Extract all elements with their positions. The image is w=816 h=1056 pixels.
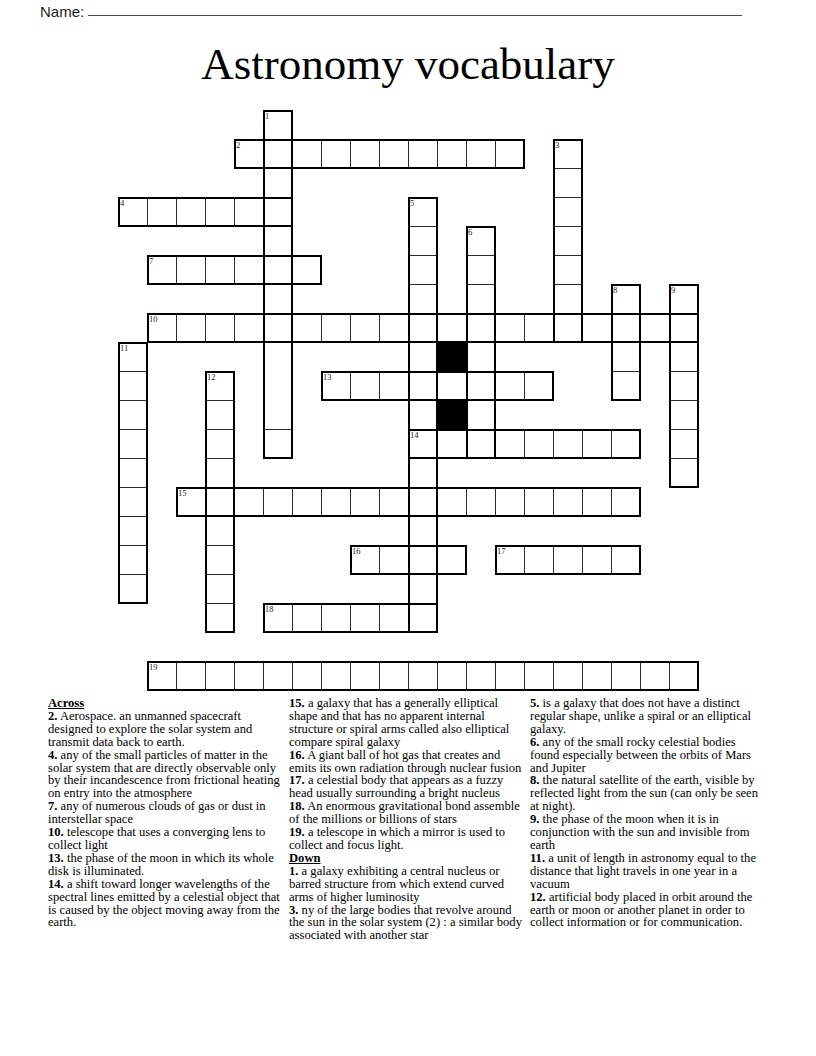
clue-number: 15.	[289, 696, 305, 710]
clue-number: 7.	[48, 799, 57, 813]
grid-cell[interactable]	[466, 661, 496, 691]
grid-cell[interactable]	[408, 400, 438, 430]
cell-number: 5	[410, 199, 414, 208]
clue-across-10: 10. telescope that uses a converging len…	[48, 826, 286, 852]
grid-cell[interactable]	[205, 603, 235, 633]
cell-number: 14	[410, 431, 419, 440]
clue-number: 8.	[530, 773, 539, 787]
grid-cell[interactable]	[524, 487, 554, 517]
grid-cell[interactable]	[205, 661, 235, 691]
grid-cell[interactable]	[263, 661, 293, 691]
name-blank-line[interactable]	[88, 1, 742, 16]
grid-cell[interactable]	[524, 313, 554, 343]
cell-number: 19	[149, 663, 158, 672]
clues-column-1: Across2. Aerospace. an unmanned spacecra…	[48, 697, 286, 929]
grid-cell[interactable]	[553, 545, 583, 575]
grid-cell[interactable]	[176, 661, 206, 691]
clue-number: 16.	[289, 748, 305, 762]
grid-cell[interactable]	[466, 487, 496, 517]
grid-cell[interactable]	[379, 371, 409, 401]
grid-cell[interactable]	[118, 400, 148, 430]
clue-across-13: 13. the phase of the moon in which its w…	[48, 852, 286, 878]
grid-cell[interactable]	[640, 313, 670, 343]
cell-number: 6	[468, 228, 472, 237]
grid-cell[interactable]	[379, 661, 409, 691]
clue-across-2: 2. Aerospace. an unmanned spacecraft des…	[48, 710, 286, 749]
grid-cell[interactable]	[147, 197, 177, 227]
grid-cell[interactable]	[408, 313, 438, 343]
grid-cell[interactable]	[379, 487, 409, 517]
grid-cell[interactable]	[466, 400, 496, 430]
grid-cell[interactable]	[263, 487, 293, 517]
clue-number: 10.	[48, 825, 64, 839]
grid-cell[interactable]	[321, 661, 351, 691]
grid-cell[interactable]	[350, 487, 380, 517]
clue-number: 12.	[530, 890, 546, 904]
grid-cell[interactable]	[437, 429, 467, 459]
cell-number: 10	[149, 315, 158, 324]
grid-cell[interactable]	[640, 661, 670, 691]
grid-cell[interactable]	[466, 342, 496, 372]
grid-cell[interactable]	[205, 197, 235, 227]
black-cell	[437, 400, 467, 430]
clue-down-8: 8. the natural satellite of the earth, v…	[530, 774, 760, 813]
crossword-grid: 12345678910111213141516171819	[118, 110, 700, 692]
clue-number: 5.	[530, 696, 539, 710]
clue-across-4: 4. any of the small particles of matter …	[48, 749, 286, 801]
grid-cell[interactable]	[408, 371, 438, 401]
grid-cell[interactable]	[669, 661, 699, 691]
cell-number: 15	[178, 489, 187, 498]
clue-across-19: 19. a telescope in which a mirror is use…	[289, 826, 527, 852]
cell-number: 13	[323, 373, 332, 382]
grid-cell[interactable]	[263, 197, 293, 227]
grid-cell[interactable]	[118, 545, 148, 575]
grid-cell[interactable]	[466, 313, 496, 343]
grid-cell[interactable]	[611, 545, 641, 575]
grid-cell[interactable]	[408, 255, 438, 285]
grid-cell[interactable]	[408, 574, 438, 604]
clue-number: 17.	[289, 773, 305, 787]
grid-cell[interactable]	[292, 487, 322, 517]
grid-cell[interactable]	[611, 313, 641, 343]
grid-cell[interactable]	[234, 255, 264, 285]
cell-number: 7	[149, 257, 153, 266]
grid-cell[interactable]	[234, 661, 264, 691]
grid-cell[interactable]	[321, 603, 351, 633]
clue-number: 1.	[289, 864, 298, 878]
grid-cell[interactable]	[495, 139, 525, 169]
grid-cell[interactable]	[611, 342, 641, 372]
clue-number: 3.	[289, 903, 298, 917]
grid-cell[interactable]	[582, 545, 612, 575]
grid-cell[interactable]	[263, 284, 293, 314]
grid-cell[interactable]	[437, 487, 467, 517]
grid-cell[interactable]	[205, 574, 235, 604]
grid-cell[interactable]	[350, 313, 380, 343]
grid-cell[interactable]	[437, 545, 467, 575]
grid-cell[interactable]	[669, 371, 699, 401]
grid-cell[interactable]	[582, 661, 612, 691]
grid-cell[interactable]	[553, 197, 583, 227]
clue-across-16: 16. A giant ball of hot gas that creates…	[289, 749, 527, 775]
grid-cell[interactable]	[292, 603, 322, 633]
grid-cell[interactable]	[495, 487, 525, 517]
grid-cell[interactable]	[205, 429, 235, 459]
puzzle-title: Astronomy vocabulary	[0, 38, 816, 90]
grid-cell[interactable]	[321, 139, 351, 169]
grid-cell[interactable]	[553, 168, 583, 198]
worksheet-page: Name: Astronomy vocabulary 1234567891011…	[0, 0, 816, 1056]
clues-column-2: 15. a galaxy that has a generally ellipt…	[289, 697, 527, 942]
grid-cell[interactable]	[553, 284, 583, 314]
grid-cell[interactable]	[669, 458, 699, 488]
grid-cell[interactable]	[408, 458, 438, 488]
grid-cell[interactable]	[205, 516, 235, 546]
clue-down-11: 11. a unit of length in astronomy equal …	[530, 852, 760, 891]
grid-cell[interactable]	[408, 487, 438, 517]
grid-cell[interactable]	[582, 313, 612, 343]
grid-cell[interactable]	[408, 284, 438, 314]
cell-number: 17	[497, 547, 506, 556]
cell-number: 1	[265, 112, 269, 121]
grid-cell[interactable]	[350, 661, 380, 691]
cell-number: 18	[265, 605, 274, 614]
grid-cell[interactable]	[205, 313, 235, 343]
grid-cell[interactable]	[118, 574, 148, 604]
grid-cell[interactable]	[263, 168, 293, 198]
grid-cell[interactable]	[669, 342, 699, 372]
grid-cell[interactable]	[379, 313, 409, 343]
grid-cell[interactable]	[466, 255, 496, 285]
grid-cell[interactable]	[553, 487, 583, 517]
grid-cell[interactable]	[669, 429, 699, 459]
grid-cell[interactable]	[669, 313, 699, 343]
grid-cell[interactable]	[379, 603, 409, 633]
grid-cell[interactable]	[495, 661, 525, 691]
cell-number: 4	[120, 199, 124, 208]
grid-cell[interactable]	[553, 313, 583, 343]
grid-cell[interactable]	[292, 313, 322, 343]
grid-cell[interactable]	[321, 313, 351, 343]
grid-cell[interactable]	[408, 603, 438, 633]
clue-number: 18.	[289, 799, 305, 813]
grid-cell[interactable]	[408, 661, 438, 691]
clue-number: 4.	[48, 748, 57, 762]
black-cell	[437, 342, 467, 372]
grid-cell[interactable]	[292, 255, 322, 285]
cell-number: 8	[613, 286, 617, 295]
grid-cell[interactable]	[524, 661, 554, 691]
clue-down-5: 5. is a galaxy that does not have a dist…	[530, 697, 760, 736]
grid-cell[interactable]	[350, 603, 380, 633]
grid-cell[interactable]	[321, 487, 351, 517]
grid-cell[interactable]	[553, 429, 583, 459]
grid-cell[interactable]	[437, 371, 467, 401]
grid-cell[interactable]	[669, 400, 699, 430]
name-label: Name:	[40, 3, 84, 20]
grid-cell[interactable]	[611, 487, 641, 517]
grid-cell[interactable]	[466, 139, 496, 169]
grid-cell[interactable]	[553, 661, 583, 691]
clue-number: 2.	[48, 709, 57, 723]
grid-cell[interactable]	[408, 516, 438, 546]
clue-across-7: 7. any of numerous clouds of gas or dust…	[48, 800, 286, 826]
grid-cell[interactable]	[437, 313, 467, 343]
grid-cell[interactable]	[118, 429, 148, 459]
grid-cell[interactable]	[263, 139, 293, 169]
grid-cell[interactable]	[205, 400, 235, 430]
clue-number: 11.	[530, 851, 545, 865]
clue-down-6: 6. any of the small rocky celestial bodi…	[530, 736, 760, 775]
clue-across-14: 14. a shift toward longer wavelengths of…	[48, 878, 286, 930]
grid-cell[interactable]	[118, 516, 148, 546]
clue-list-header-down: Down	[289, 852, 527, 865]
grid-cell[interactable]	[176, 313, 206, 343]
clue-down-3: 3. ny of the large bodies that revolve a…	[289, 904, 527, 943]
grid-cell[interactable]	[350, 139, 380, 169]
grid-cell[interactable]	[118, 458, 148, 488]
cell-number: 16	[352, 547, 361, 556]
grid-cell[interactable]	[553, 255, 583, 285]
clue-number: 6.	[530, 735, 539, 749]
cell-number: 3	[555, 141, 559, 150]
grid-cell[interactable]	[611, 429, 641, 459]
grid-cell[interactable]	[495, 313, 525, 343]
grid-cell[interactable]	[118, 487, 148, 517]
grid-cell[interactable]	[437, 139, 467, 169]
cell-number: 2	[236, 141, 240, 150]
grid-cell[interactable]	[292, 661, 322, 691]
clue-down-1: 1. a galaxy exhibiting a central nucleus…	[289, 865, 527, 904]
clue-number: 19.	[289, 825, 305, 839]
clue-number: 14.	[48, 877, 64, 891]
grid-cell[interactable]	[350, 371, 380, 401]
grid-cell[interactable]	[524, 429, 554, 459]
clues-column-3: 5. is a galaxy that does not have a dist…	[530, 697, 760, 929]
grid-cell[interactable]	[379, 545, 409, 575]
grid-cell[interactable]	[118, 371, 148, 401]
grid-cell[interactable]	[176, 197, 206, 227]
clue-list-header-across: Across	[48, 697, 286, 710]
grid-cell[interactable]	[263, 255, 293, 285]
grid-cell[interactable]	[176, 255, 206, 285]
grid-cell[interactable]	[495, 429, 525, 459]
clue-down-12: 12. artificial body placed in orbit arou…	[530, 891, 760, 930]
grid-cell[interactable]	[408, 226, 438, 256]
grid-cell[interactable]	[234, 487, 264, 517]
grid-cell[interactable]	[466, 429, 496, 459]
grid-cell[interactable]	[408, 342, 438, 372]
clue-across-17: 17. a celestial body that appears as a f…	[289, 774, 527, 800]
grid-cell[interactable]	[234, 313, 264, 343]
grid-cell[interactable]	[524, 545, 554, 575]
clue-down-9: 9. the phase of the moon when it is in c…	[530, 813, 760, 852]
grid-cell[interactable]	[524, 371, 554, 401]
grid-cell[interactable]	[495, 371, 525, 401]
grid-cell[interactable]	[234, 197, 264, 227]
grid-cell[interactable]	[582, 429, 612, 459]
grid-cell[interactable]	[466, 284, 496, 314]
grid-cell[interactable]	[408, 545, 438, 575]
grid-cell[interactable]	[205, 487, 235, 517]
grid-cell[interactable]	[611, 371, 641, 401]
grid-cell[interactable]	[437, 661, 467, 691]
grid-cell[interactable]	[263, 313, 293, 343]
grid-cell[interactable]	[582, 487, 612, 517]
clue-number: 13.	[48, 851, 64, 865]
clue-across-18: 18. An enormous gravitational bond assem…	[289, 800, 527, 826]
clue-number: 9.	[530, 812, 539, 826]
grid-cell[interactable]	[379, 139, 409, 169]
grid-cell[interactable]	[263, 429, 293, 459]
grid-cell[interactable]	[263, 226, 293, 256]
grid-cell[interactable]	[292, 139, 322, 169]
cell-number: 9	[671, 286, 675, 295]
grid-cell[interactable]	[466, 371, 496, 401]
grid-cell[interactable]	[611, 661, 641, 691]
cell-number: 12	[207, 373, 216, 382]
grid-cell[interactable]	[205, 255, 235, 285]
grid-cell[interactable]	[205, 545, 235, 575]
clue-across-15: 15. a galaxy that has a generally ellipt…	[289, 697, 527, 749]
grid-cell[interactable]	[553, 226, 583, 256]
cell-number: 11	[120, 344, 128, 353]
grid-cell[interactable]	[408, 139, 438, 169]
